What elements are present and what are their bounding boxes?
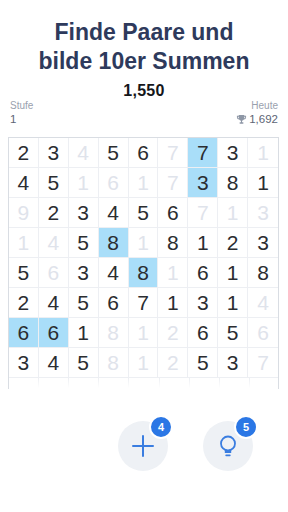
cell-r2c3: 1 <box>69 168 99 198</box>
cell-r8c3[interactable]: 5 <box>69 348 99 378</box>
cell-r5c9[interactable]: 8 <box>248 258 278 288</box>
cell-r8c1[interactable]: 3 <box>9 348 39 378</box>
cell-r5c4[interactable]: 4 <box>99 258 129 288</box>
cell-r6c9: 4 <box>248 288 278 318</box>
plus-icon <box>130 433 156 459</box>
cell-r8c6: 2 <box>158 348 188 378</box>
board-grid: 2345677314516173819234567131458181235634… <box>9 138 278 378</box>
title-line-1: Finde Paare und <box>0 18 288 47</box>
cell-r4c1: 1 <box>9 228 39 258</box>
cell-r3c6[interactable]: 6 <box>158 198 188 228</box>
cell-r7c7[interactable]: 6 <box>188 318 218 348</box>
hint-button[interactable]: 5 <box>203 421 253 471</box>
cell-r6c2[interactable]: 4 <box>39 288 69 318</box>
cell-r5c6: 1 <box>158 258 188 288</box>
cell-r5c7[interactable]: 6 <box>188 258 218 288</box>
cell-r4c9[interactable]: 3 <box>248 228 278 258</box>
cell-r3c5[interactable]: 5 <box>129 198 159 228</box>
cell-r2c1[interactable]: 4 <box>9 168 39 198</box>
cell-r5c3[interactable]: 3 <box>69 258 99 288</box>
lightbulb-icon <box>216 434 240 458</box>
cell-r6c7[interactable]: 3 <box>188 288 218 318</box>
cell-r2c2[interactable]: 5 <box>39 168 69 198</box>
cell-r7c3[interactable]: 1 <box>69 318 99 348</box>
cell-r7c9: 6 <box>248 318 278 348</box>
cell-r3c8: 1 <box>218 198 248 228</box>
cell-r7c2[interactable]: 6 <box>39 318 69 348</box>
cell-r7c5: 1 <box>129 318 159 348</box>
cell-r3c1: 9 <box>9 198 39 228</box>
cell-r7c1[interactable]: 6 <box>9 318 39 348</box>
cell-r2c6: 7 <box>158 168 188 198</box>
cell-r6c5[interactable]: 7 <box>129 288 159 318</box>
cell-r3c7: 7 <box>188 198 218 228</box>
add-numbers-button[interactable]: 4 <box>118 421 168 471</box>
cell-r1c4[interactable]: 5 <box>99 138 129 168</box>
cell-r6c4[interactable]: 6 <box>99 288 129 318</box>
cell-r2c4: 6 <box>99 168 129 198</box>
hint-count-badge: 5 <box>234 415 258 439</box>
cell-r4c4[interactable]: 8 <box>99 228 129 258</box>
cell-r1c9: 1 <box>248 138 278 168</box>
title-line-2: bilde 10er Summen <box>0 47 288 76</box>
cell-r1c2[interactable]: 3 <box>39 138 69 168</box>
cell-r3c2[interactable]: 2 <box>39 198 69 228</box>
level-label: Stufe <box>10 99 33 112</box>
cell-r2c5: 1 <box>129 168 159 198</box>
cell-r1c5[interactable]: 6 <box>129 138 159 168</box>
cell-r7c8[interactable]: 5 <box>218 318 248 348</box>
cell-r8c5: 1 <box>129 348 159 378</box>
cell-r4c2: 4 <box>39 228 69 258</box>
cell-r5c1[interactable]: 5 <box>9 258 39 288</box>
cell-r6c3[interactable]: 5 <box>69 288 99 318</box>
today-label: Heute <box>236 99 278 112</box>
cell-r3c9: 3 <box>248 198 278 228</box>
cell-r2c8[interactable]: 8 <box>218 168 248 198</box>
cell-r4c5: 1 <box>129 228 159 258</box>
cell-r1c1[interactable]: 2 <box>9 138 39 168</box>
today-value: 1,692 <box>249 112 278 127</box>
cell-r3c3[interactable]: 3 <box>69 198 99 228</box>
cell-r1c8[interactable]: 3 <box>218 138 248 168</box>
cell-r8c2[interactable]: 4 <box>39 348 69 378</box>
cell-r7c6: 2 <box>158 318 188 348</box>
cell-r6c1[interactable]: 2 <box>9 288 39 318</box>
cell-r5c5[interactable]: 8 <box>129 258 159 288</box>
cell-r5c8[interactable]: 1 <box>218 258 248 288</box>
cell-r4c7[interactable]: 1 <box>188 228 218 258</box>
level-block: Stufe 1 <box>10 99 33 127</box>
cell-r8c8[interactable]: 3 <box>218 348 248 378</box>
cell-r6c6[interactable]: 1 <box>158 288 188 318</box>
today-value-row: 1,692 <box>236 112 278 127</box>
cell-r3c4[interactable]: 4 <box>99 198 129 228</box>
board-fade-row <box>9 378 278 389</box>
cell-r2c9[interactable]: 1 <box>248 168 278 198</box>
cell-r5c2: 6 <box>39 258 69 288</box>
cell-r8c4: 8 <box>99 348 129 378</box>
today-block: Heute 1,692 <box>236 99 278 127</box>
add-count-badge: 4 <box>149 415 173 439</box>
fade-veil <box>9 378 278 389</box>
score-value: 1,550 <box>0 82 288 100</box>
cell-r4c8[interactable]: 2 <box>218 228 248 258</box>
cell-r1c7[interactable]: 7 <box>188 138 218 168</box>
cell-r4c6[interactable]: 8 <box>158 228 188 258</box>
trophy-icon <box>236 114 247 125</box>
cell-r2c7[interactable]: 3 <box>188 168 218 198</box>
cell-r8c9: 7 <box>248 348 278 378</box>
cell-r1c3: 4 <box>69 138 99 168</box>
game-board: 2345677314516173819234567131458181235634… <box>8 137 279 389</box>
cell-r1c6: 7 <box>158 138 188 168</box>
cell-r6c8[interactable]: 1 <box>218 288 248 318</box>
cell-r4c3[interactable]: 5 <box>69 228 99 258</box>
page-title: Finde Paare und bilde 10er Summen <box>0 18 288 76</box>
cell-r7c4: 8 <box>99 318 129 348</box>
level-value: 1 <box>10 112 33 127</box>
cell-r8c7[interactable]: 5 <box>188 348 218 378</box>
meta-bar: Stufe 1 Heute 1,692 <box>0 99 288 129</box>
